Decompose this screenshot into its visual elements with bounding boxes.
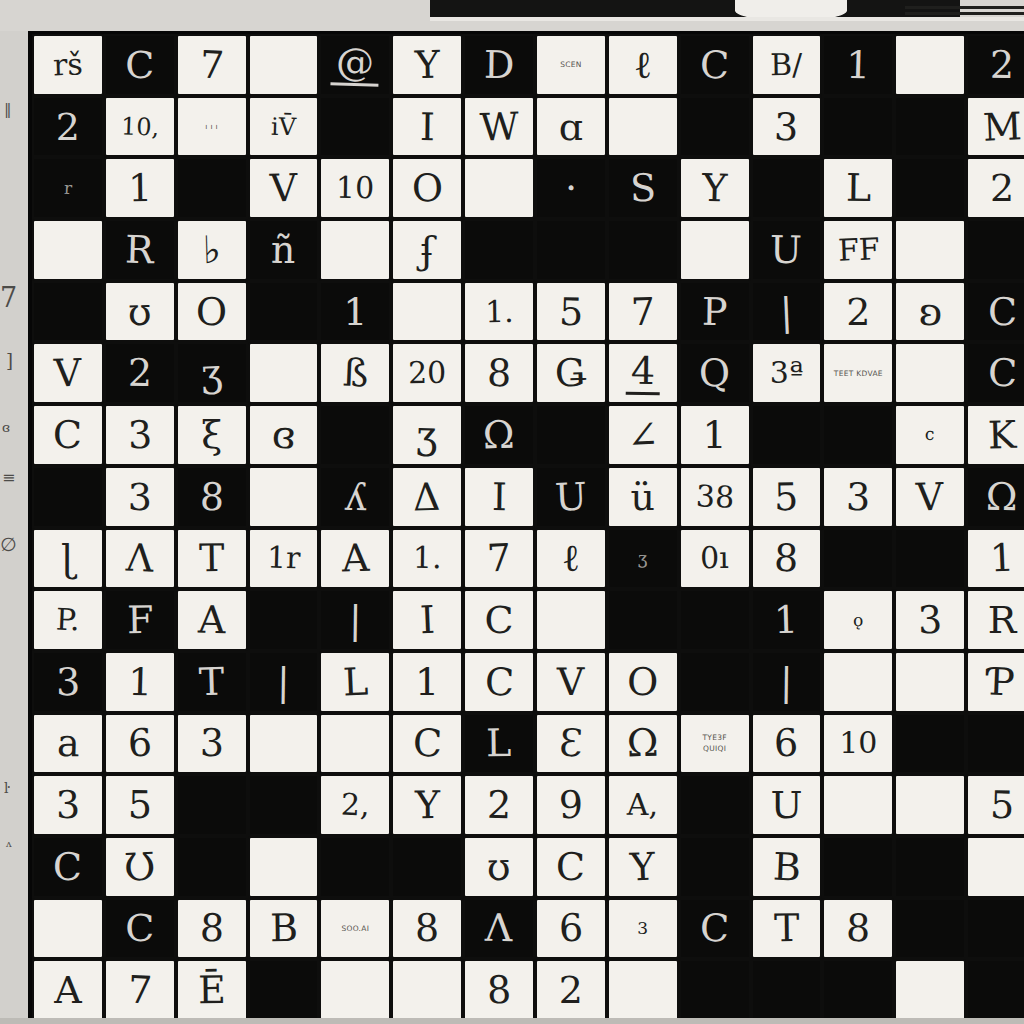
cell-r12c3[interactable]: 3 [176, 713, 248, 775]
cell-r6c9[interactable]: 4 [607, 342, 679, 404]
glyph: ♭ [202, 231, 221, 269]
light-glyph: 1 [846, 46, 871, 85]
glyph: B/ [770, 50, 803, 80]
cell-r9c5[interactable]: A [319, 528, 391, 590]
glyph: 8 [415, 909, 440, 948]
glyph: 10 [839, 728, 877, 758]
light-glyph: 1 [343, 293, 367, 331]
light-glyph: | [349, 601, 362, 639]
cell-r15c8[interactable]: 6 [535, 898, 607, 960]
cell-r2c11[interactable]: 3 [751, 96, 823, 158]
cell-r2c6[interactable]: I [391, 96, 463, 158]
cell-r14c13 [894, 836, 966, 898]
cell-r7c10[interactable]: 1 [679, 404, 751, 466]
cell-r2c14[interactable]: M [966, 96, 1024, 158]
cell-r12c1[interactable]: a [32, 713, 104, 775]
masthead-rule-top [905, 6, 1024, 9]
cell-r4c8 [535, 219, 607, 281]
cell-r15c11[interactable]: T [751, 898, 823, 960]
glyph: 8 [774, 539, 799, 578]
glyph: 1. [485, 296, 514, 326]
glyph: 3ª [770, 358, 803, 388]
glyph: 6 [774, 724, 800, 763]
cell-r10c5: | [319, 589, 391, 651]
cell-r5c3[interactable]: O [176, 281, 248, 343]
cell-r9c13 [894, 528, 966, 590]
cell-r8c14: Ω [966, 466, 1024, 528]
cell-r11c6[interactable]: 1 [391, 651, 463, 713]
cell-r9c1[interactable]: ɭ [32, 528, 104, 590]
cell-r1c8[interactable]: SCEN [535, 34, 607, 96]
cell-r7c9[interactable]: ∠ [607, 404, 679, 466]
cell-r12c12[interactable]: 10 [822, 713, 894, 775]
cell-r13c8[interactable]: 9 [535, 774, 607, 836]
glyph: T [199, 539, 225, 577]
light-glyph: Λ [485, 909, 513, 947]
cell-r14c9[interactable]: Y [607, 836, 679, 898]
glyph: 1 [989, 539, 1015, 578]
margin-mark: ʌ [6, 838, 12, 849]
light-glyph: | [779, 292, 793, 331]
masthead-band [430, 0, 960, 17]
glyph: rš [52, 49, 83, 80]
cell-r5c5: 1 [319, 281, 391, 343]
cell-r8c9[interactable]: ü [607, 466, 679, 528]
light-glyph: C [125, 909, 154, 947]
cell-r1c14: 2 [966, 34, 1024, 96]
cell-r15c6[interactable]: 8 [391, 898, 463, 960]
cell-r1c13[interactable] [894, 34, 966, 96]
cell-r9c11[interactable]: 8 [751, 528, 823, 590]
cell-r13c11[interactable]: U [751, 774, 823, 836]
left-margin: ‖7]ɞ≡∅ŀʌ [0, 31, 28, 1018]
cell-r4c1[interactable] [32, 219, 104, 281]
cell-r1c7: D [463, 34, 535, 96]
cell-r15c13 [894, 898, 966, 960]
cell-r3c11 [751, 157, 823, 219]
crossword-photo: ‖7]ɞ≡∅ŀʌ ršC7@YDSCENℓCB/12210,ı ı ıiV̄IW… [0, 0, 1024, 1024]
glyph: 10 [336, 173, 375, 204]
cell-r2c1: 2 [32, 96, 104, 158]
cell-r3c8: · [535, 157, 607, 219]
cell-r8c6[interactable]: Δ [391, 466, 463, 528]
cell-r7c1[interactable]: C [32, 404, 104, 466]
light-glyph: @ [331, 43, 380, 87]
glyph: P. [55, 605, 80, 636]
glyph: W [479, 107, 520, 147]
cell-r16c1[interactable]: A [32, 959, 104, 1021]
glyph: B [772, 847, 802, 886]
cell-r6c1[interactable]: V [32, 342, 104, 404]
cell-r15c10: C [679, 898, 751, 960]
cell-r3c13 [894, 157, 966, 219]
cell-r16c8[interactable]: 2 [535, 959, 607, 1021]
glyph: ʊ [127, 292, 152, 331]
cell-r6c13[interactable] [894, 342, 966, 404]
cell-r16c2[interactable]: 7 [104, 959, 176, 1021]
glyph: L [342, 662, 369, 701]
margin-mark: ‖ [4, 100, 12, 118]
cell-r4c11: U [751, 219, 823, 281]
cell-r12c6[interactable]: C [391, 713, 463, 775]
cell-r16c12 [822, 959, 894, 1021]
cell-r7c2[interactable]: 3 [104, 404, 176, 466]
glyph: C [485, 601, 514, 639]
glyph: Ʊ [123, 847, 156, 886]
glyph: a [56, 724, 80, 763]
glyph: 3 [199, 724, 224, 762]
glyph: 3 [127, 415, 153, 454]
glyph: 5 [774, 477, 799, 515]
cell-r10c6[interactable]: I [391, 589, 463, 651]
cell-r5c10: P [679, 281, 751, 343]
glyph: iV̄ [271, 114, 297, 139]
cell-r13c7[interactable]: 2 [463, 774, 535, 836]
cell-r5c12[interactable]: 2 [822, 281, 894, 343]
cell-r12c14 [966, 713, 1024, 775]
cell-r10c9 [607, 589, 679, 651]
cell-r14c7[interactable]: ʊ [463, 836, 535, 898]
cell-r10c3[interactable]: A [176, 589, 248, 651]
glyph: ξ [201, 416, 222, 454]
cell-r16c6[interactable] [391, 959, 463, 1021]
cell-r13c2[interactable]: 5 [104, 774, 176, 836]
cell-r2c2[interactable]: 10, [104, 96, 176, 158]
cell-r12c7: L [463, 713, 535, 775]
cell-r4c14 [966, 219, 1024, 281]
cell-r2c10 [679, 96, 751, 158]
bottom-margin [0, 1018, 1024, 1024]
cell-r13c4 [248, 774, 320, 836]
cell-r4c13[interactable] [894, 219, 966, 281]
cell-r4c12[interactable]: FF [822, 219, 894, 281]
cell-r3c3 [176, 157, 248, 219]
glyph: 8 [199, 909, 225, 948]
glyph: ∠ [626, 415, 659, 454]
cell-r12c5[interactable] [319, 713, 391, 775]
glyph: Ǥ [554, 354, 587, 393]
glyph: 38 [695, 481, 734, 513]
cell-r10c8[interactable] [535, 589, 607, 651]
cell-r8c11[interactable]: 5 [751, 466, 823, 528]
cell-r14c6 [391, 836, 463, 898]
light-glyph: C [699, 909, 730, 948]
cell-r5c6[interactable] [391, 281, 463, 343]
cell-r6c6[interactable]: 20 [391, 342, 463, 404]
glyph: 0ı [700, 543, 729, 573]
glyph: ß [342, 354, 369, 393]
glyph: 2, [340, 790, 370, 821]
cell-r13c13[interactable] [894, 774, 966, 836]
cell-r13c9[interactable]: A, [607, 774, 679, 836]
cell-r11c11: | [751, 651, 823, 713]
cell-r10c13[interactable]: 3 [894, 589, 966, 651]
glyph: 1r [266, 543, 300, 574]
cell-r14c12 [822, 836, 894, 898]
glyph: B [269, 909, 297, 947]
cell-r8c7[interactable]: I [463, 466, 535, 528]
light-glyph: P [702, 292, 728, 330]
light-glyph: 1 [774, 601, 799, 640]
glyph: 8 [486, 971, 512, 1010]
cell-r3c6[interactable]: O [391, 157, 463, 219]
glyph: 1 [703, 416, 727, 454]
cell-r11c2[interactable]: 1 [104, 651, 176, 713]
cell-r2c9[interactable] [607, 96, 679, 158]
cell-r13c14[interactable]: 5 [966, 774, 1024, 836]
cell-r14c8[interactable]: C [535, 836, 607, 898]
cell-r11c13[interactable] [894, 651, 966, 713]
cell-r11c8[interactable]: V [535, 651, 607, 713]
cell-r5c2[interactable]: ʊ [104, 281, 176, 343]
cell-r5c13[interactable]: ʚ [894, 281, 966, 343]
cell-r12c9[interactable]: Ω [607, 713, 679, 775]
glyph: 9 [558, 786, 583, 825]
cell-r13c6[interactable]: Y [391, 774, 463, 836]
light-glyph: | [780, 663, 793, 701]
cell-r9c9: ʒ [607, 528, 679, 590]
cell-r3c14[interactable]: 2 [966, 157, 1024, 219]
cell-r15c3[interactable]: 8 [176, 898, 248, 960]
cell-r16c3[interactable]: Ē [176, 959, 248, 1021]
cell-r7c4[interactable]: ɞ [248, 404, 320, 466]
cell-r16c5[interactable] [319, 959, 391, 1021]
cell-r14c1: C [32, 836, 104, 898]
cell-r11c5[interactable]: L [319, 651, 391, 713]
cell-r7c7: Ω [463, 404, 535, 466]
light-glyph: S [629, 169, 656, 207]
cell-r3c5[interactable]: 10 [319, 157, 391, 219]
cell-r15c14 [966, 898, 1024, 960]
cell-r3c10[interactable]: Y [679, 157, 751, 219]
masthead-rule-bottom [905, 12, 1024, 15]
glyph: ℓ [562, 539, 580, 577]
glyph: L [845, 169, 871, 207]
light-glyph: T [198, 662, 224, 701]
cell-r4c5[interactable] [319, 219, 391, 281]
cell-r1c6[interactable]: Y [391, 34, 463, 96]
glyph: Ω [626, 724, 659, 763]
cell-r1c5: @ [319, 34, 391, 96]
cell-r13c12[interactable] [822, 774, 894, 836]
cell-r10c7[interactable]: C [463, 589, 535, 651]
glyph: ʒ [416, 416, 439, 455]
cell-r4c4: ñ [248, 219, 320, 281]
cell-r15c5[interactable]: SOO.AI [319, 898, 391, 960]
cell-r13c1[interactable]: 3 [32, 774, 104, 836]
glyph: R [988, 601, 1017, 639]
cell-r6c12[interactable]: TEET KDVAE [822, 342, 894, 404]
cell-r5c8[interactable]: 5 [535, 281, 607, 343]
glyph: Ē [197, 971, 225, 1009]
light-glyph: C [125, 46, 154, 84]
cell-r3c7[interactable] [463, 157, 535, 219]
glyph: 1. [413, 543, 442, 573]
cell-r3c12[interactable]: L [822, 157, 894, 219]
cell-r14c14[interactable] [966, 836, 1024, 898]
cell-r9c8[interactable]: ℓ [535, 528, 607, 590]
glyph: V [54, 354, 83, 393]
cell-r7c3[interactable]: ξ [176, 404, 248, 466]
cell-r14c11[interactable]: B [751, 836, 823, 898]
glyph: ʚ [918, 292, 943, 331]
glyph: M [982, 107, 1022, 147]
cell-r6c4[interactable] [248, 342, 320, 404]
light-glyph: 2 [56, 108, 80, 146]
cell-r8c12[interactable]: 3 [822, 466, 894, 528]
cell-r11c14[interactable]: Ƥ [966, 651, 1024, 713]
cell-r2c8[interactable]: ɑ [535, 96, 607, 158]
glyph: 7 [127, 971, 153, 1010]
cell-r6c7[interactable]: 8 [463, 342, 535, 404]
margin-mark: ≡ [2, 468, 15, 487]
cell-r2c4[interactable]: iV̄ [248, 96, 320, 158]
cell-r4c10[interactable] [679, 219, 751, 281]
cell-r9c14[interactable]: 1 [966, 528, 1024, 590]
light-glyph: R [125, 231, 155, 270]
cell-r8c4[interactable] [248, 466, 320, 528]
cell-r12c8[interactable]: Ɛ [535, 713, 607, 775]
glyph: Y [414, 46, 440, 85]
cell-r11c12[interactable] [822, 651, 894, 713]
cell-r4c3[interactable]: ♭ [176, 219, 248, 281]
cell-r2c5 [319, 96, 391, 158]
glyph: A [341, 539, 370, 578]
glyph: ü [631, 478, 655, 516]
cell-r4c6[interactable]: ʄ [391, 219, 463, 281]
cell-r8c10[interactable]: 38 [679, 466, 751, 528]
cell-r16c10 [679, 959, 751, 1021]
cell-r1c1[interactable]: rš [32, 34, 104, 96]
glyph: Λ [125, 539, 154, 578]
cell-r16c13[interactable] [894, 959, 966, 1021]
cell-r6c8[interactable]: Ǥ [535, 342, 607, 404]
cell-r11c9[interactable]: O [607, 651, 679, 713]
cell-r13c5[interactable]: 2, [319, 774, 391, 836]
cell-r9c7[interactable]: 7 [463, 528, 535, 590]
cell-r9c4[interactable]: 1r [248, 528, 320, 590]
cell-r3c4[interactable]: V [248, 157, 320, 219]
glyph: 3 [774, 107, 799, 146]
light-glyph: 2 [127, 354, 152, 392]
glyph: 1 [415, 663, 439, 701]
cell-r4c2: R [104, 219, 176, 281]
cell-r14c3 [176, 836, 248, 898]
glyph: Ɛ [559, 724, 584, 763]
light-glyph: 2 [990, 46, 1015, 84]
glyph: ɞ [271, 415, 296, 454]
cell-r3c2[interactable]: 1 [104, 157, 176, 219]
cell-r1c3[interactable]: 7 [176, 34, 248, 96]
cell-r10c14[interactable]: R [966, 589, 1024, 651]
cell-r6c5[interactable]: ß [319, 342, 391, 404]
margin-mark: ɞ [2, 420, 10, 435]
glyph: O [411, 169, 444, 208]
cell-r16c9[interactable] [607, 959, 679, 1021]
cell-r9c2[interactable]: Λ [104, 528, 176, 590]
cell-r10c4 [248, 589, 320, 651]
cell-r14c2[interactable]: Ʊ [104, 836, 176, 898]
glyph: I [419, 601, 436, 640]
cell-r12c4[interactable] [248, 713, 320, 775]
glyph: SCEN [560, 59, 582, 70]
cell-r1c9[interactable]: ℓ [607, 34, 679, 96]
cell-r12c10[interactable]: TYE3F QUIQI [679, 713, 751, 775]
cell-r12c2[interactable]: 6 [104, 713, 176, 775]
cell-r15c12[interactable]: 8 [822, 898, 894, 960]
light-glyph: Q [698, 354, 731, 393]
cell-r9c10[interactable]: 0ı [679, 528, 751, 590]
cell-r8c1 [32, 466, 104, 528]
cell-r1c4[interactable] [248, 34, 320, 96]
light-glyph: F [126, 601, 153, 639]
glyph: 2 [486, 786, 511, 825]
cell-r7c14[interactable]: K [966, 404, 1024, 466]
light-glyph: ʒ [200, 354, 223, 393]
cell-r15c4[interactable]: B [248, 898, 320, 960]
light-glyph: 3 [56, 663, 81, 701]
cell-r12c13 [894, 713, 966, 775]
light-glyph: C [987, 354, 1017, 393]
cell-r2c7[interactable]: W [463, 96, 535, 158]
glyph: 7 [486, 539, 512, 578]
cell-r11c7[interactable]: C [463, 651, 535, 713]
glyph: Y [629, 847, 656, 886]
light-glyph: U [770, 231, 803, 269]
cell-r16c7[interactable]: 8 [463, 959, 535, 1021]
cell-r14c4[interactable] [248, 836, 320, 898]
light-glyph: C [53, 848, 83, 886]
glyph: V [916, 477, 945, 516]
cell-r7c13[interactable]: c [894, 404, 966, 466]
cell-r6c3: ʒ [176, 342, 248, 404]
cell-r9c6[interactable]: 1. [391, 528, 463, 590]
light-glyph: U [554, 477, 588, 516]
glyph: U [770, 786, 802, 824]
cell-r15c1[interactable] [32, 898, 104, 960]
cell-r5c14: C [966, 281, 1024, 343]
cell-r5c7[interactable]: 1. [463, 281, 535, 343]
light-glyph: L [486, 724, 512, 762]
glyph: 8 [486, 354, 511, 393]
cell-r5c9[interactable]: 7 [607, 281, 679, 343]
light-glyph: ʎ [344, 477, 367, 516]
light-glyph: 8 [199, 477, 225, 516]
cell-r8c2[interactable]: 3 [104, 466, 176, 528]
glyph: 6 [558, 909, 584, 948]
cell-r11c1: 3 [32, 651, 104, 713]
glyph: 5 [989, 786, 1014, 825]
cell-r2c3[interactable]: ı ı ı [176, 96, 248, 158]
glyph: K [987, 416, 1016, 455]
glyph: 3 [846, 477, 871, 516]
cell-r12c11[interactable]: 6 [751, 713, 823, 775]
cell-r1c11[interactable]: B/ [751, 34, 823, 96]
cell-r11c3: T [176, 651, 248, 713]
cell-r10c1[interactable]: P. [32, 589, 104, 651]
glyph: 7 [199, 45, 225, 84]
cell-r6c11[interactable]: 3ª [751, 342, 823, 404]
cell-r10c12[interactable]: ǫ [822, 589, 894, 651]
cell-r7c6[interactable]: ʒ [391, 404, 463, 466]
cell-r9c3[interactable]: T [176, 528, 248, 590]
cell-r15c9[interactable]: 3 [607, 898, 679, 960]
cell-r8c13[interactable]: V [894, 466, 966, 528]
cell-r8c5: ʎ [319, 466, 391, 528]
cell-r4c7 [463, 219, 535, 281]
cell-r3c9: S [607, 157, 679, 219]
cell-r13c10 [679, 774, 751, 836]
